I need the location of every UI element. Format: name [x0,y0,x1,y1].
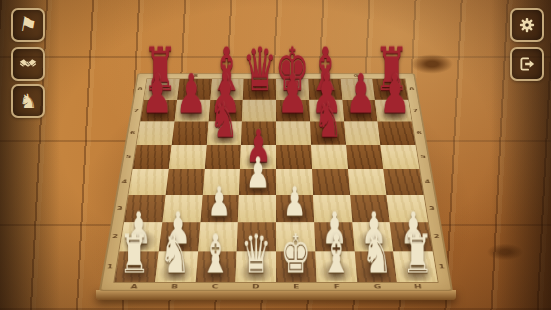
piece-white-knight-b1[interactable]: ♞ [159,228,190,281]
gear-icon [518,14,536,36]
square-b5[interactable] [168,145,206,169]
square-a7[interactable]: ♟ [140,100,177,122]
square-b1[interactable]: ♞ [154,251,197,282]
file-label-back-E: E [276,73,308,79]
square-b4[interactable] [165,169,204,195]
square-c5[interactable] [204,145,241,169]
file-label-back-F: F [307,73,339,79]
knight-icon: ♞ [19,91,37,111]
square-d4[interactable]: ♟ [239,169,276,195]
file-label-back-A: A [147,73,180,79]
handshake-icon [19,53,37,75]
settings-button[interactable] [510,8,544,42]
file-labels-front: ABCDEFGH [113,282,439,291]
square-d7[interactable] [242,100,276,122]
square-b6[interactable] [171,122,208,145]
file-label-back-G: G [339,73,372,79]
piece-white-rook-a1[interactable]: ♜ [119,228,150,281]
square-h5[interactable] [380,145,419,169]
piece-white-rook-h1[interactable]: ♜ [401,228,432,281]
chess-board-frame: ABCDEFGH ABCDEFGH 87654321 87654321 ♜♝♛♚… [99,73,453,291]
square-g4[interactable] [347,169,386,195]
piece-white-king-e1[interactable]: ♚ [280,228,311,281]
square-c3[interactable]: ♟ [200,195,239,222]
square-h7[interactable]: ♟ [375,100,412,122]
file-labels-back: ABCDEFGH [147,73,404,79]
board-scene: ABCDEFGH ABCDEFGH 87654321 87654321 ♜♝♛♚… [0,0,551,310]
chess-board: ♜♝♛♚♝♜♟♟♟♟♟♟♟♞♞♟♟♟♟♟♟♟♟♟♜♞♝♛♚♝♞♜ [114,79,437,282]
square-d1[interactable]: ♛ [235,251,275,282]
square-d3[interactable] [238,195,276,222]
piece-red-queen-d8[interactable]: ♛ [242,39,277,99]
file-label-G: G [356,282,397,291]
square-g5[interactable] [345,145,383,169]
square-d8[interactable]: ♛ [242,79,275,100]
square-b7[interactable]: ♟ [174,100,210,122]
square-a6[interactable] [136,122,174,145]
square-e7[interactable]: ♟ [276,100,310,122]
piece-red-knight-f6[interactable]: ♞ [314,95,342,144]
piece-white-pawn-d4[interactable]: ♟ [245,151,270,194]
square-e1[interactable]: ♚ [276,251,316,282]
square-a4[interactable] [128,169,168,195]
square-c6[interactable]: ♞ [206,122,242,145]
square-f5[interactable] [310,145,347,169]
piece-white-queen-d1[interactable]: ♛ [240,228,271,281]
square-h4[interactable] [383,169,423,195]
piece-white-pawn-e3[interactable]: ♟ [283,181,306,222]
square-g6[interactable] [343,122,380,145]
square-g7[interactable]: ♟ [342,100,378,122]
resign-button[interactable]: ⚑ [11,8,45,42]
exit-door-icon [518,53,536,75]
square-h6[interactable] [377,122,415,145]
file-label-back-D: D [243,73,275,79]
piece-white-bishop-c1[interactable]: ♝ [200,228,231,281]
file-label-E: E [276,282,317,291]
square-g1[interactable]: ♞ [354,251,397,282]
square-f4[interactable] [311,169,349,195]
file-label-back-B: B [179,73,212,79]
file-label-A: A [113,282,155,291]
square-e3[interactable]: ♟ [276,195,314,222]
file-label-H: H [397,282,439,291]
file-label-B: B [153,282,194,291]
square-f6[interactable]: ♞ [309,122,345,145]
knight-button[interactable]: ♞ [11,84,45,118]
piece-white-pawn-c3[interactable]: ♟ [207,181,230,222]
square-e6[interactable] [276,122,311,145]
file-label-C: C [194,282,235,291]
file-label-back-H: H [371,73,404,79]
square-f1[interactable]: ♝ [315,251,357,282]
piece-white-bishop-f1[interactable]: ♝ [321,228,352,281]
piece-white-knight-g1[interactable]: ♞ [361,228,392,281]
square-a5[interactable] [132,145,171,169]
offer-draw-button[interactable] [11,47,45,81]
square-h1[interactable]: ♜ [393,251,437,282]
square-e5[interactable] [276,145,312,169]
flag-icon: ⚑ [17,14,38,37]
file-label-back-C: C [211,73,243,79]
square-a1[interactable]: ♜ [114,251,158,282]
piece-red-knight-c6[interactable]: ♞ [209,95,237,144]
square-c1[interactable]: ♝ [195,251,237,282]
file-label-F: F [316,282,357,291]
exit-button[interactable] [510,47,544,81]
file-label-D: D [235,282,276,291]
